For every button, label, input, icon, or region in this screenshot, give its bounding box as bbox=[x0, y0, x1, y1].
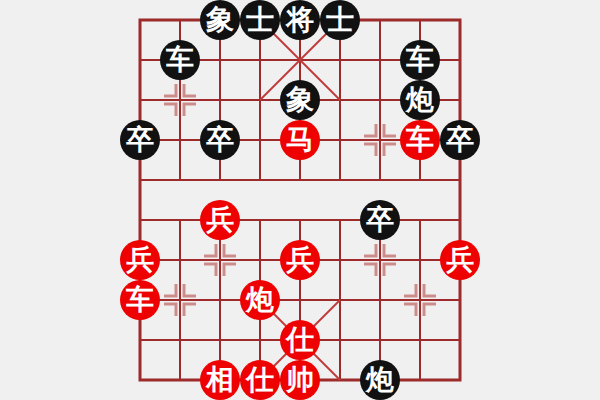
piece-black-cannon[interactable]: 炮 bbox=[360, 360, 400, 400]
piece-red-soldier[interactable]: 兵 bbox=[120, 240, 160, 280]
piece-black-advisor[interactable]: 士 bbox=[240, 0, 280, 40]
piece-red-advisor[interactable]: 仕 bbox=[280, 320, 320, 360]
piece-black-elephant[interactable]: 象 bbox=[200, 0, 240, 40]
piece-red-chariot[interactable]: 车 bbox=[120, 280, 160, 320]
piece-red-cannon[interactable]: 炮 bbox=[240, 280, 280, 320]
piece-black-advisor[interactable]: 士 bbox=[320, 0, 360, 40]
piece-red-soldier[interactable]: 兵 bbox=[440, 240, 480, 280]
piece-grid[interactable]: 象士将士车车象炮卒卒马车卒兵卒兵兵兵车炮仕相仕帅炮 bbox=[120, 0, 480, 400]
piece-red-advisor[interactable]: 仕 bbox=[240, 360, 280, 400]
piece-black-chariot[interactable]: 车 bbox=[400, 40, 440, 80]
piece-black-elephant[interactable]: 象 bbox=[280, 80, 320, 120]
piece-red-soldier[interactable]: 兵 bbox=[280, 240, 320, 280]
piece-red-general[interactable]: 帅 bbox=[280, 360, 320, 400]
piece-black-soldier[interactable]: 卒 bbox=[360, 200, 400, 240]
piece-red-soldier[interactable]: 兵 bbox=[200, 200, 240, 240]
xiangqi-board-screen: 象士将士车车象炮卒卒马车卒兵卒兵兵兵车炮仕相仕帅炮 bbox=[0, 0, 600, 400]
piece-black-soldier[interactable]: 卒 bbox=[440, 120, 480, 160]
piece-black-general[interactable]: 将 bbox=[280, 0, 320, 40]
piece-red-elephant[interactable]: 相 bbox=[200, 360, 240, 400]
piece-red-horse[interactable]: 马 bbox=[280, 120, 320, 160]
piece-black-chariot[interactable]: 车 bbox=[160, 40, 200, 80]
piece-red-chariot[interactable]: 车 bbox=[400, 120, 440, 160]
piece-black-soldier[interactable]: 卒 bbox=[200, 120, 240, 160]
piece-black-soldier[interactable]: 卒 bbox=[120, 120, 160, 160]
piece-black-cannon[interactable]: 炮 bbox=[400, 80, 440, 120]
